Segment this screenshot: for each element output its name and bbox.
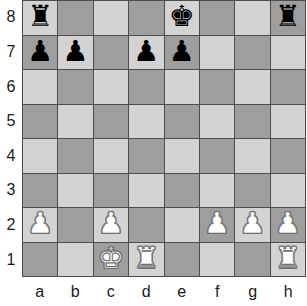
- square-g7[interactable]: [235, 36, 269, 70]
- black-pawn-a7[interactable]: ♟: [27, 37, 53, 66]
- square-a4[interactable]: [23, 139, 57, 173]
- square-g6[interactable]: [235, 70, 269, 104]
- square-e3[interactable]: [165, 174, 199, 208]
- file-label-b: b: [58, 277, 94, 306]
- black-pawn-e7[interactable]: ♟: [169, 37, 195, 66]
- square-a5[interactable]: [23, 105, 57, 139]
- square-c5[interactable]: [94, 105, 128, 139]
- square-d8[interactable]: [129, 1, 163, 35]
- black-rook-h8[interactable]: ♜: [275, 2, 301, 31]
- square-d7[interactable]: ♟: [129, 36, 163, 70]
- white-pawn-c2[interactable]: ♟: [98, 209, 124, 238]
- square-g1[interactable]: [235, 243, 269, 277]
- square-h1[interactable]: ♜: [271, 243, 305, 277]
- square-e8[interactable]: ♚: [165, 1, 199, 35]
- square-h7[interactable]: [271, 36, 305, 70]
- square-g3[interactable]: [235, 174, 269, 208]
- black-pawn-b7[interactable]: ♟: [63, 37, 89, 66]
- black-king-e8[interactable]: ♚: [169, 2, 195, 31]
- square-b8[interactable]: [58, 1, 92, 35]
- rank-label-1: 1: [0, 242, 22, 277]
- black-rook-a8[interactable]: ♜: [27, 2, 53, 31]
- square-g2[interactable]: ♟: [235, 208, 269, 242]
- square-c2[interactable]: ♟: [94, 208, 128, 242]
- white-pawn-h2[interactable]: ♟: [275, 209, 301, 238]
- square-h5[interactable]: [271, 105, 305, 139]
- square-h4[interactable]: [271, 139, 305, 173]
- square-e5[interactable]: [165, 105, 199, 139]
- rank-label-2: 2: [0, 208, 22, 243]
- square-c6[interactable]: [94, 70, 128, 104]
- square-h6[interactable]: [271, 70, 305, 104]
- square-c1[interactable]: ♚: [94, 243, 128, 277]
- rank-label-5: 5: [0, 104, 22, 139]
- square-h2[interactable]: ♟: [271, 208, 305, 242]
- rank-labels: 87654321: [0, 0, 22, 277]
- file-label-d: d: [129, 277, 165, 306]
- square-g8[interactable]: [235, 1, 269, 35]
- file-label-h: h: [271, 277, 307, 306]
- square-a1[interactable]: [23, 243, 57, 277]
- square-a3[interactable]: [23, 174, 57, 208]
- square-e2[interactable]: [165, 208, 199, 242]
- square-f4[interactable]: [200, 139, 234, 173]
- board-wrap: ♜♚♜♟♟♟♟♟♟♟♟♟♚♜♜: [22, 0, 306, 277]
- square-a7[interactable]: ♟: [23, 36, 57, 70]
- file-label-c: c: [93, 277, 129, 306]
- square-e7[interactable]: ♟: [165, 36, 199, 70]
- square-a2[interactable]: ♟: [23, 208, 57, 242]
- square-b6[interactable]: [58, 70, 92, 104]
- square-f2[interactable]: ♟: [200, 208, 234, 242]
- rank-label-4: 4: [0, 139, 22, 174]
- rank-label-7: 7: [0, 35, 22, 70]
- square-a8[interactable]: ♜: [23, 1, 57, 35]
- square-f7[interactable]: [200, 36, 234, 70]
- white-pawn-f2[interactable]: ♟: [204, 209, 230, 238]
- square-d4[interactable]: [129, 139, 163, 173]
- square-b2[interactable]: [58, 208, 92, 242]
- rank-label-8: 8: [0, 0, 22, 35]
- square-d6[interactable]: [129, 70, 163, 104]
- square-h3[interactable]: [271, 174, 305, 208]
- square-f1[interactable]: [200, 243, 234, 277]
- corner-spacer: [0, 277, 22, 306]
- square-c3[interactable]: [94, 174, 128, 208]
- square-e6[interactable]: [165, 70, 199, 104]
- square-d3[interactable]: [129, 174, 163, 208]
- file-label-g: g: [235, 277, 271, 306]
- chess-board: ♜♚♜♟♟♟♟♟♟♟♟♟♚♜♜: [22, 0, 306, 277]
- square-f5[interactable]: [200, 105, 234, 139]
- square-e4[interactable]: [165, 139, 199, 173]
- square-b3[interactable]: [58, 174, 92, 208]
- white-pawn-a2[interactable]: ♟: [27, 209, 53, 238]
- square-f8[interactable]: [200, 1, 234, 35]
- white-king-c1[interactable]: ♚: [98, 244, 124, 273]
- square-b4[interactable]: [58, 139, 92, 173]
- square-g4[interactable]: [235, 139, 269, 173]
- square-a6[interactable]: [23, 70, 57, 104]
- file-label-e: e: [164, 277, 200, 306]
- square-e1[interactable]: [165, 243, 199, 277]
- square-d5[interactable]: [129, 105, 163, 139]
- square-c4[interactable]: [94, 139, 128, 173]
- square-c8[interactable]: [94, 1, 128, 35]
- square-d2[interactable]: [129, 208, 163, 242]
- file-label-f: f: [200, 277, 236, 306]
- chess-diagram: 87654321 ♜♚♜♟♟♟♟♟♟♟♟♟♚♜♜ abcdefgh: [0, 0, 306, 306]
- square-b7[interactable]: ♟: [58, 36, 92, 70]
- square-f3[interactable]: [200, 174, 234, 208]
- square-b5[interactable]: [58, 105, 92, 139]
- white-pawn-g2[interactable]: ♟: [239, 209, 265, 238]
- white-rook-d1[interactable]: ♜: [133, 244, 159, 273]
- square-f6[interactable]: [200, 70, 234, 104]
- square-g5[interactable]: [235, 105, 269, 139]
- file-label-a: a: [22, 277, 58, 306]
- black-pawn-d7[interactable]: ♟: [133, 37, 159, 66]
- square-d1[interactable]: ♜: [129, 243, 163, 277]
- white-rook-h1[interactable]: ♜: [275, 244, 301, 273]
- file-labels: abcdefgh: [22, 277, 306, 306]
- rank-label-3: 3: [0, 173, 22, 208]
- square-c7[interactable]: [94, 36, 128, 70]
- square-h8[interactable]: ♜: [271, 1, 305, 35]
- square-b1[interactable]: [58, 243, 92, 277]
- rank-label-6: 6: [0, 69, 22, 104]
